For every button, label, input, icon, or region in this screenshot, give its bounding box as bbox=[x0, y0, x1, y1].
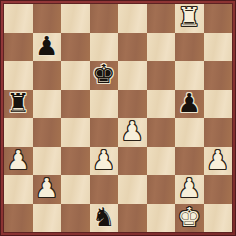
square-b4[interactable] bbox=[33, 118, 62, 147]
chess-board: ♜♟♚♜♟♟♟♟♟♟♟♞♚ bbox=[4, 4, 232, 232]
square-d8[interactable] bbox=[90, 4, 119, 33]
piece-white-pawn[interactable]: ♟ bbox=[92, 147, 115, 174]
square-e7[interactable] bbox=[118, 33, 147, 62]
square-c1[interactable] bbox=[61, 204, 90, 233]
square-f8[interactable] bbox=[147, 4, 176, 33]
square-e4[interactable]: ♟ bbox=[118, 118, 147, 147]
square-g7[interactable] bbox=[175, 33, 204, 62]
square-b1[interactable] bbox=[33, 204, 62, 233]
square-d4[interactable] bbox=[90, 118, 119, 147]
piece-white-pawn[interactable]: ♟ bbox=[7, 147, 30, 174]
square-e1[interactable] bbox=[118, 204, 147, 233]
square-e3[interactable] bbox=[118, 147, 147, 176]
square-h6[interactable] bbox=[204, 61, 233, 90]
square-f2[interactable] bbox=[147, 175, 176, 204]
piece-white-pawn[interactable]: ♟ bbox=[178, 175, 201, 202]
square-c7[interactable] bbox=[61, 33, 90, 62]
square-h3[interactable]: ♟ bbox=[204, 147, 233, 176]
square-e6[interactable] bbox=[118, 61, 147, 90]
piece-black-knight[interactable]: ♞ bbox=[92, 204, 115, 231]
square-a4[interactable] bbox=[4, 118, 33, 147]
piece-black-pawn[interactable]: ♟ bbox=[35, 33, 58, 60]
piece-white-pawn[interactable]: ♟ bbox=[121, 118, 144, 145]
square-h5[interactable] bbox=[204, 90, 233, 119]
square-g1[interactable]: ♚ bbox=[175, 204, 204, 233]
piece-white-king[interactable]: ♚ bbox=[178, 204, 201, 231]
square-b3[interactable] bbox=[33, 147, 62, 176]
square-b7[interactable]: ♟ bbox=[33, 33, 62, 62]
square-f5[interactable] bbox=[147, 90, 176, 119]
square-f3[interactable] bbox=[147, 147, 176, 176]
piece-white-pawn[interactable]: ♟ bbox=[35, 175, 58, 202]
piece-white-pawn[interactable]: ♟ bbox=[206, 147, 229, 174]
square-g8[interactable]: ♜ bbox=[175, 4, 204, 33]
square-a5[interactable]: ♜ bbox=[4, 90, 33, 119]
square-f1[interactable] bbox=[147, 204, 176, 233]
piece-black-rook[interactable]: ♜ bbox=[7, 90, 30, 117]
square-e5[interactable] bbox=[118, 90, 147, 119]
square-g4[interactable] bbox=[175, 118, 204, 147]
square-d7[interactable] bbox=[90, 33, 119, 62]
square-g5[interactable]: ♟ bbox=[175, 90, 204, 119]
square-d5[interactable] bbox=[90, 90, 119, 119]
piece-white-rook[interactable]: ♜ bbox=[178, 4, 201, 31]
square-g2[interactable]: ♟ bbox=[175, 175, 204, 204]
square-d2[interactable] bbox=[90, 175, 119, 204]
square-d3[interactable]: ♟ bbox=[90, 147, 119, 176]
square-h1[interactable] bbox=[204, 204, 233, 233]
square-c2[interactable] bbox=[61, 175, 90, 204]
square-f6[interactable] bbox=[147, 61, 176, 90]
square-a1[interactable] bbox=[4, 204, 33, 233]
square-a2[interactable] bbox=[4, 175, 33, 204]
square-b8[interactable] bbox=[33, 4, 62, 33]
square-c3[interactable] bbox=[61, 147, 90, 176]
square-f4[interactable] bbox=[147, 118, 176, 147]
square-c5[interactable] bbox=[61, 90, 90, 119]
square-d6[interactable]: ♚ bbox=[90, 61, 119, 90]
square-a8[interactable] bbox=[4, 4, 33, 33]
square-a6[interactable] bbox=[4, 61, 33, 90]
square-f7[interactable] bbox=[147, 33, 176, 62]
square-c8[interactable] bbox=[61, 4, 90, 33]
square-h7[interactable] bbox=[204, 33, 233, 62]
square-a3[interactable]: ♟ bbox=[4, 147, 33, 176]
square-d1[interactable]: ♞ bbox=[90, 204, 119, 233]
square-h2[interactable] bbox=[204, 175, 233, 204]
board-frame: ♜♟♚♜♟♟♟♟♟♟♟♞♚ bbox=[0, 0, 236, 236]
square-c6[interactable] bbox=[61, 61, 90, 90]
square-g3[interactable] bbox=[175, 147, 204, 176]
square-h8[interactable] bbox=[204, 4, 233, 33]
square-e2[interactable] bbox=[118, 175, 147, 204]
square-h4[interactable] bbox=[204, 118, 233, 147]
square-b2[interactable]: ♟ bbox=[33, 175, 62, 204]
piece-black-pawn[interactable]: ♟ bbox=[178, 90, 201, 117]
square-e8[interactable] bbox=[118, 4, 147, 33]
piece-black-king[interactable]: ♚ bbox=[92, 61, 115, 88]
square-b5[interactable] bbox=[33, 90, 62, 119]
square-a7[interactable] bbox=[4, 33, 33, 62]
square-c4[interactable] bbox=[61, 118, 90, 147]
square-g6[interactable] bbox=[175, 61, 204, 90]
square-b6[interactable] bbox=[33, 61, 62, 90]
